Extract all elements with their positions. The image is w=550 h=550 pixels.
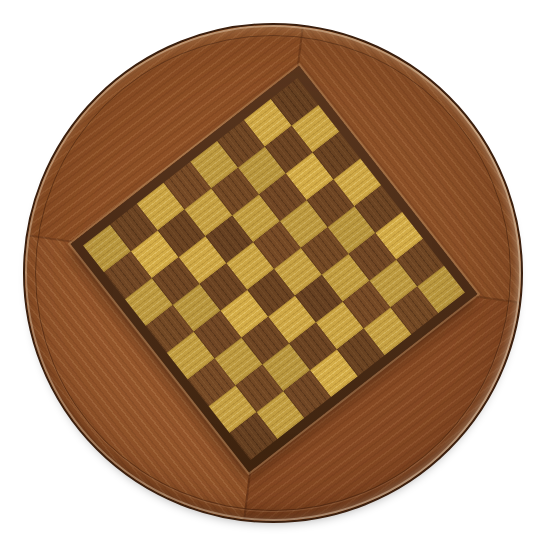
game-table-top bbox=[23, 23, 523, 523]
photo-background bbox=[0, 0, 550, 550]
